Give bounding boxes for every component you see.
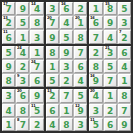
cell-digit: 6 [93, 19, 99, 28]
sudoku-cell-r6c5[interactable]: 2 [60, 74, 73, 87]
cell-digit: 6 [34, 77, 40, 86]
sudoku-cell-r4c2[interactable]: 244 [16, 46, 29, 59]
sudoku-cell-r3c7[interactable]: 7 [89, 30, 102, 43]
sudoku-box-r2c3: 2213685416971 [89, 46, 131, 88]
sudoku-cell-r6c1[interactable]: 8 [2, 74, 15, 87]
sudoku-box-r1c3: 11585166937472 [89, 2, 131, 44]
cell-digit: 5 [34, 106, 40, 115]
sudoku-cell-r5c4[interactable]: 1 [46, 60, 59, 73]
cell-digit: 7 [78, 48, 84, 57]
sudoku-cell-r9c7[interactable]: 115 [89, 118, 102, 131]
cell-digit: 6 [63, 5, 69, 14]
sudoku-cell-r5c3[interactable]: 247 [30, 60, 43, 73]
cell-digit: 5 [5, 48, 11, 57]
sudoku-cell-r3c5[interactable]: 5 [60, 30, 73, 43]
sudoku-cell-r7c2[interactable]: 206 [16, 89, 29, 102]
sudoku-cell-r8c8[interactable]: 2 [104, 104, 117, 117]
cell-digit: 2 [107, 106, 113, 115]
cell-digit: 9 [49, 33, 55, 42]
cell-digit: 2 [121, 33, 127, 42]
sudoku-cell-r4c8[interactable]: 213 [104, 46, 117, 59]
sudoku-cell-r7c3[interactable]: 9 [30, 89, 43, 102]
cell-digit: 5 [20, 19, 26, 28]
sudoku-cell-r4c9[interactable]: 6 [118, 46, 131, 59]
cell-digit: 8 [107, 5, 113, 14]
sudoku-cell-r2c5[interactable]: 4 [60, 16, 73, 29]
sudoku-cell-r9c6[interactable]: 3 [74, 118, 87, 131]
cell-digit: 7 [34, 62, 40, 71]
sudoku-cell-r2c4[interactable]: 207 [46, 16, 59, 29]
sudoku-cell-r7c6[interactable]: 5 [74, 89, 87, 102]
sudoku-cell-r7c1[interactable]: 3 [2, 89, 15, 102]
sudoku-cell-r9c3[interactable]: 2 [30, 118, 43, 131]
cell-digit: 7 [49, 19, 55, 28]
cell-digit: 3 [107, 48, 113, 57]
cell-digit: 1 [5, 120, 11, 129]
sudoku-cell-r7c7[interactable]: 204 [89, 89, 102, 102]
cell-digit: 9 [121, 120, 127, 129]
cell-digit: 3 [5, 92, 11, 101]
sudoku-cell-r3c3[interactable]: 3 [30, 30, 43, 43]
cell-digit: 1 [34, 48, 40, 57]
sudoku-box-r2c1: 52441922478936 [2, 46, 44, 88]
cell-digit: 4 [93, 92, 99, 101]
cell-digit: 5 [63, 33, 69, 42]
sudoku-cell-r1c7[interactable]: 1 [89, 2, 102, 15]
cell-digit: 1 [78, 19, 84, 28]
cell-digit: 3 [63, 62, 69, 71]
cell-digit: 5 [121, 5, 127, 14]
sudoku-cell-r3c2[interactable]: 1 [16, 30, 29, 43]
cell-digit: 6 [5, 33, 11, 42]
sudoku-cell-r6c6[interactable]: 4 [74, 74, 87, 87]
sudoku-cell-r6c7[interactable]: 169 [89, 74, 102, 87]
cell-digit: 7 [107, 77, 113, 86]
sudoku-box-r3c2: 1327561129483 [46, 89, 88, 131]
sudoku-cell-r8c7[interactable]: 3 [89, 104, 102, 117]
sudoku-box-r1c1: 17791441325811613 [2, 2, 44, 44]
sudoku-cell-r2c1[interactable]: 132 [2, 16, 15, 29]
cell-digit: 8 [49, 48, 55, 57]
sudoku-cell-r7c8[interactable]: 1 [104, 89, 117, 102]
sudoku-box-r3c1: 32069481151872 [2, 89, 44, 131]
cell-digit: 3 [49, 5, 55, 14]
sudoku-cell-r1c1[interactable]: 177 [2, 2, 15, 15]
sudoku-cell-r4c5[interactable]: 9 [60, 46, 73, 59]
sudoku-cell-r3c8[interactable]: 4 [104, 30, 117, 43]
sudoku-cell-r6c3[interactable]: 6 [30, 74, 43, 87]
sudoku-board: 1779144132581161331662207420195811585166… [0, 0, 133, 133]
cell-digit: 9 [78, 106, 84, 115]
cell-digit: 3 [20, 77, 26, 86]
cell-digit: 4 [49, 120, 55, 129]
cell-digit: 3 [93, 106, 99, 115]
cell-digit: 2 [20, 62, 26, 71]
sudoku-cell-r5c8[interactable]: 5 [104, 60, 117, 73]
cell-digit: 9 [63, 48, 69, 57]
cell-digit: 4 [121, 62, 127, 71]
cell-digit: 2 [5, 19, 11, 28]
cell-digit: 9 [5, 62, 11, 71]
sudoku-cell-r5c6[interactable]: 6 [74, 60, 87, 73]
sudoku-cell-r5c1[interactable]: 9 [2, 60, 15, 73]
cell-digit: 1 [121, 77, 127, 86]
sudoku-cell-r8c4[interactable]: 6 [46, 104, 59, 117]
sudoku-cell-r4c3[interactable]: 1 [30, 46, 43, 59]
sudoku-cell-r6c2[interactable]: 93 [16, 74, 29, 87]
sudoku-cell-r3c9[interactable]: 72 [118, 30, 131, 43]
cell-digit: 1 [20, 33, 26, 42]
cell-digit: 7 [20, 120, 26, 129]
cell-digit: 4 [78, 77, 84, 86]
cell-digit: 4 [20, 48, 26, 57]
sudoku-cell-r7c4[interactable]: 132 [46, 89, 59, 102]
cell-digit: 7 [121, 106, 127, 115]
cell-digit: 4 [5, 106, 11, 115]
cell-digit: 7 [93, 33, 99, 42]
sudoku-cell-r4c7[interactable]: 2 [89, 46, 102, 59]
cell-digit: 9 [107, 19, 113, 28]
cell-digit: 9 [93, 77, 99, 86]
cell-digit: 5 [78, 92, 84, 101]
sudoku-cell-r1c3[interactable]: 144 [30, 2, 43, 15]
sudoku-cell-r6c8[interactable]: 7 [104, 74, 117, 87]
cell-digit: 2 [49, 92, 55, 101]
sudoku-cell-r2c7[interactable]: 166 [89, 16, 102, 29]
cell-digit: 4 [63, 19, 69, 28]
cell-digit: 7 [5, 5, 11, 14]
sudoku-cell-r2c9[interactable]: 3 [118, 16, 131, 29]
sudoku-cell-r4c4[interactable]: 8 [46, 46, 59, 59]
sudoku-cell-r5c5[interactable]: 3 [60, 60, 73, 73]
sudoku-cell-r8c2[interactable]: 8 [16, 104, 29, 117]
sudoku-cell-r1c5[interactable]: 166 [60, 2, 73, 15]
sudoku-cell-r9c4[interactable]: 4 [46, 118, 59, 131]
sudoku-cell-r1c9[interactable]: 5 [118, 2, 131, 15]
cell-digit: 1 [49, 62, 55, 71]
cell-digit: 1 [107, 92, 113, 101]
sudoku-cell-r3c1[interactable]: 116 [2, 30, 15, 43]
cell-digit: 1 [63, 106, 69, 115]
sudoku-cell-r2c8[interactable]: 9 [104, 16, 117, 29]
cell-digit: 8 [78, 33, 84, 42]
cell-digit: 8 [93, 62, 99, 71]
cell-digit: 1 [93, 5, 99, 14]
sudoku-cell-r8c9[interactable]: 7 [118, 104, 131, 117]
cell-digit: 5 [93, 120, 99, 129]
sudoku-cell-r5c9[interactable]: 4 [118, 60, 131, 73]
sudoku-cell-r1c8[interactable]: 158 [104, 2, 117, 15]
sudoku-cell-r8c5[interactable]: 1 [60, 104, 73, 117]
cell-digit: 7 [63, 92, 69, 101]
cell-digit: 8 [20, 106, 26, 115]
sudoku-cell-r2c3[interactable]: 8 [30, 16, 43, 29]
cell-digit: 8 [5, 77, 11, 86]
cell-digit: 6 [107, 120, 113, 129]
sudoku-cell-r5c2[interactable]: 2 [16, 60, 29, 73]
sudoku-box-r3c3: 2041832711569 [89, 89, 131, 131]
cell-digit: 2 [63, 77, 69, 86]
cell-digit: 9 [34, 92, 40, 101]
sudoku-cell-r3c6[interactable]: 8 [74, 30, 87, 43]
cell-digit: 6 [20, 92, 26, 101]
sudoku-cell-r9c2[interactable]: 87 [16, 118, 29, 131]
sudoku-box-r2c2: 897136524 [46, 46, 88, 88]
cell-digit: 2 [34, 120, 40, 129]
cell-digit: 9 [20, 5, 26, 14]
cell-digit: 3 [78, 120, 84, 129]
sudoku-cell-r7c9[interactable]: 8 [118, 89, 131, 102]
sudoku-cell-r5c7[interactable]: 8 [89, 60, 102, 73]
sudoku-cell-r6c4[interactable]: 5 [46, 74, 59, 87]
cell-digit: 6 [121, 48, 127, 57]
cell-digit: 8 [34, 19, 40, 28]
sudoku-cell-r3c4[interactable]: 9 [46, 30, 59, 43]
cell-digit: 4 [34, 5, 40, 14]
sudoku-cell-r8c1[interactable]: 4 [2, 104, 15, 117]
cell-digit: 6 [78, 62, 84, 71]
cell-digit: 2 [93, 48, 99, 57]
cell-digit: 3 [34, 33, 40, 42]
sudoku-cell-r9c9[interactable]: 9 [118, 118, 131, 131]
cell-digit: 8 [63, 120, 69, 129]
cell-digit: 8 [121, 92, 127, 101]
sudoku-cell-r4c1[interactable]: 5 [2, 46, 15, 59]
sudoku-box-r1c2: 316622074201958 [46, 2, 88, 44]
cell-digit: 3 [121, 19, 127, 28]
cell-digit: 2 [78, 5, 84, 14]
sudoku-cell-r7c5[interactable]: 7 [60, 89, 73, 102]
sudoku-cell-r2c6[interactable]: 201 [74, 16, 87, 29]
sudoku-cell-r4c6[interactable]: 7 [74, 46, 87, 59]
sudoku-cell-r9c8[interactable]: 6 [104, 118, 117, 131]
sudoku-cell-r1c2[interactable]: 9 [16, 2, 29, 15]
cell-digit: 4 [107, 33, 113, 42]
sudoku-cell-r8c3[interactable]: 115 [30, 104, 43, 117]
sudoku-cell-r6c9[interactable]: 1 [118, 74, 131, 87]
sudoku-cell-r2c2[interactable]: 5 [16, 16, 29, 29]
sudoku-cell-r9c5[interactable]: 8 [60, 118, 73, 131]
sudoku-cell-r9c1[interactable]: 1 [2, 118, 15, 131]
sudoku-cell-r1c4[interactable]: 3 [46, 2, 59, 15]
cell-digit: 5 [49, 77, 55, 86]
cell-digit: 6 [49, 106, 55, 115]
cell-digit: 5 [107, 62, 113, 71]
sudoku-cell-r1c6[interactable]: 2 [74, 2, 87, 15]
sudoku-cell-r8c6[interactable]: 129 [74, 104, 87, 117]
